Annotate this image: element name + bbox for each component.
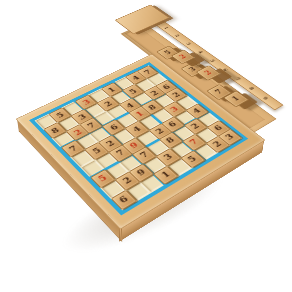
tile-digit: 9	[135, 167, 148, 177]
tile-digit: 2	[170, 91, 181, 99]
tile-digit: 7	[67, 144, 79, 153]
tile-digit: 7	[142, 68, 153, 75]
tile-digit: 4	[130, 74, 141, 81]
tile-digit: 4	[124, 101, 135, 109]
stack-digit: 1	[231, 95, 241, 102]
tile-digit: 7	[188, 138, 200, 147]
tile-digit: 1	[106, 86, 117, 93]
tile-digit: 2	[149, 89, 160, 97]
rail-number-label: 1	[163, 26, 169, 29]
stack-digit: 2	[178, 54, 188, 60]
tile-digit: 7	[85, 121, 97, 129]
tile-digit: 4	[131, 125, 143, 133]
tile-digit: 7	[138, 150, 150, 159]
stack-digit: 2	[203, 70, 213, 76]
tile-digit: 2	[189, 122, 201, 130]
tile-digit: 5	[186, 154, 199, 163]
tile-digit: 5	[91, 146, 103, 155]
tile-digit: 1	[159, 170, 172, 180]
rail-number-label: 5	[209, 59, 216, 63]
rail-number-label: 3	[186, 42, 192, 46]
tile-digit: 3	[223, 133, 235, 142]
tile-digit: 5	[96, 173, 109, 183]
tile-digit: 6	[166, 120, 178, 128]
tile-digit: 6	[161, 83, 172, 90]
tile-digit: 3	[168, 105, 180, 113]
tile-digit: 5	[54, 111, 65, 119]
rail-number-label: 7	[235, 77, 242, 81]
tile-digit: 7	[114, 148, 126, 157]
tile-digit: 2	[211, 140, 223, 149]
tile-digit: 3	[81, 98, 92, 106]
tile-digit: 6	[117, 194, 130, 205]
rail-number-label: 9	[262, 96, 269, 100]
rail-number-label: 8	[248, 86, 255, 90]
tile-digit: 6	[108, 123, 120, 131]
tile-digit: 8	[164, 136, 176, 145]
product-photo-scene: 5314783252742676182524379264578229376615…	[0, 0, 292, 292]
tile-digit: 2	[72, 128, 84, 137]
tile-digit: 4	[191, 107, 203, 115]
rail-number-label: 4	[197, 50, 204, 54]
tile-digit: 6	[212, 124, 224, 132]
tile-digit: 9	[128, 141, 140, 150]
rail-number-label: 2	[174, 34, 180, 38]
rail-number-label: 6	[222, 68, 229, 72]
tile-digit: 3	[76, 113, 87, 121]
tile-digit: 1	[134, 110, 146, 118]
tile-digit: 5	[127, 87, 138, 94]
tile-digit: 2	[121, 175, 134, 185]
tile-digit: 2	[154, 127, 166, 136]
tile-digit: 2	[102, 100, 113, 108]
tile-digit: 2	[104, 139, 116, 148]
tile-digit: 8	[146, 103, 157, 111]
tile-digit: 3	[162, 152, 174, 161]
stack-digit: 7	[214, 89, 224, 96]
tile-digit: 8	[49, 126, 60, 135]
